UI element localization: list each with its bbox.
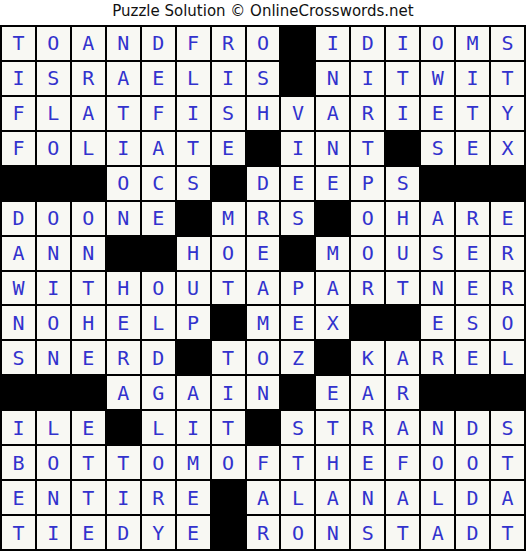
letter-cell-r5c5: C [142,167,175,200]
letter-cell-r2c13: W [421,62,454,95]
letter-cell-r3c6: I [177,97,210,130]
crossword-grid: TOANDFROIDIOMSISRAELISNITWITFLATFISHVARI… [0,25,526,551]
letter-cell-r6c14: R [456,202,489,235]
letter-cell-r8c2: I [37,272,70,305]
letter-cell-r6c12: H [386,202,419,235]
letter-cell-r2c12: T [386,62,419,95]
letter-cell-r5c11: P [351,167,384,200]
letter-cell-r7c2: N [37,237,70,270]
letter-cell-r14c11: N [351,481,384,514]
letter-cell-r2c5: E [142,62,175,95]
letter-cell-r6c3: O [72,202,105,235]
letter-cell-r3c2: L [37,97,70,130]
letter-cell-r4c3: L [72,132,105,165]
letter-cell-r1c1: T [2,27,35,60]
letter-cell-r2c11: I [351,62,384,95]
black-cell-r5c15 [491,167,524,200]
letter-cell-r2c2: S [37,62,70,95]
letter-cell-r12c11: R [351,411,384,444]
letter-cell-r14c8: A [247,481,280,514]
letter-cell-r14c14: D [456,481,489,514]
letter-cell-r9c2: O [37,306,70,339]
letter-cell-r3c1: F [2,97,35,130]
letter-cell-r11c7: I [212,376,245,409]
black-cell-r4c8 [247,132,280,165]
letter-cell-r7c14: E [456,237,489,270]
letter-cell-r14c12: A [386,481,419,514]
letter-cell-r6c2: O [37,202,70,235]
black-cell-r12c4 [107,411,140,444]
letter-cell-r13c1: B [2,446,35,479]
letter-cell-r4c14: E [456,132,489,165]
letter-cell-r15c14: D [456,516,489,549]
letter-cell-r10c7: T [212,341,245,374]
letter-cell-r15c9: O [281,516,314,549]
black-cell-r11c9 [281,376,314,409]
letter-cell-r1c5: D [142,27,175,60]
letter-cell-r2c1: I [2,62,35,95]
letter-cell-r13c7: O [212,446,245,479]
letter-cell-r10c11: K [351,341,384,374]
letter-cell-r7c7: O [212,237,245,270]
black-cell-r11c14 [456,376,489,409]
black-cell-r12c8 [247,411,280,444]
letter-cell-r15c13: A [421,516,454,549]
letter-cell-r14c9: L [281,481,314,514]
letter-cell-r5c6: S [177,167,210,200]
letter-cell-r12c2: L [37,411,70,444]
letter-cell-r15c3: E [72,516,105,549]
black-cell-r7c9 [281,237,314,270]
letter-cell-r13c8: F [247,446,280,479]
letter-cell-r15c4: D [107,516,140,549]
letter-cell-r15c1: T [2,516,35,549]
letter-cell-r6c1: D [2,202,35,235]
letter-cell-r15c2: I [37,516,70,549]
letter-cell-r13c13: O [421,446,454,479]
letter-cell-r3c10: A [316,97,349,130]
letter-cell-r15c5: Y [142,516,175,549]
letter-cell-r10c1: S [2,341,35,374]
letter-cell-r12c12: A [386,411,419,444]
letter-cell-r8c5: O [142,272,175,305]
letter-cell-r9c6: P [177,306,210,339]
letter-cell-r11c11: A [351,376,384,409]
letter-cell-r12c6: I [177,411,210,444]
letter-cell-r7c12: U [386,237,419,270]
letter-cell-r9c13: E [421,306,454,339]
letter-cell-r1c6: F [177,27,210,60]
letter-cell-r12c15: S [491,411,524,444]
letter-cell-r12c7: T [212,411,245,444]
letter-cell-r9c15: O [491,306,524,339]
letter-cell-r9c1: N [2,306,35,339]
black-cell-r11c2 [37,376,70,409]
black-cell-r9c12 [386,306,419,339]
letter-cell-r14c3: T [72,481,105,514]
letter-cell-r4c1: F [2,132,35,165]
letter-cell-r10c2: N [37,341,70,374]
black-cell-r1c9 [281,27,314,60]
letter-cell-r15c8: R [247,516,280,549]
black-cell-r14c7 [212,481,245,514]
letter-cell-r13c4: T [107,446,140,479]
letter-cell-r15c15: T [491,516,524,549]
letter-cell-r3c11: R [351,97,384,130]
letter-cell-r8c13: N [421,272,454,305]
letter-cell-r2c10: N [316,62,349,95]
letter-cell-r4c5: A [142,132,175,165]
letter-cell-r10c15: L [491,341,524,374]
letter-cell-r10c14: E [456,341,489,374]
letter-cell-r14c1: E [2,481,35,514]
letter-cell-r3c9: V [281,97,314,130]
letter-cell-r11c8: N [247,376,280,409]
letter-cell-r9c14: S [456,306,489,339]
letter-cell-r7c13: S [421,237,454,270]
letter-cell-r14c10: A [316,481,349,514]
letter-cell-r12c3: E [72,411,105,444]
letter-cell-r2c6: L [177,62,210,95]
letter-cell-r4c2: O [37,132,70,165]
black-cell-r5c2 [37,167,70,200]
letter-cell-r1c8: O [247,27,280,60]
letter-cell-r3c4: T [107,97,140,130]
letter-cell-r5c12: S [386,167,419,200]
black-cell-r9c11 [351,306,384,339]
letter-cell-r15c11: S [351,516,384,549]
letter-cell-r1c14: M [456,27,489,60]
letter-cell-r8c6: U [177,272,210,305]
letter-cell-r7c3: N [72,237,105,270]
letter-cell-r13c14: O [456,446,489,479]
letter-cell-r8c15: R [491,272,524,305]
letter-cell-r8c10: A [316,272,349,305]
letter-cell-r10c12: A [386,341,419,374]
letter-cell-r12c10: T [316,411,349,444]
letter-cell-r1c10: I [316,27,349,60]
letter-cell-r8c3: T [72,272,105,305]
letter-cell-r6c5: E [142,202,175,235]
letter-cell-r1c3: A [72,27,105,60]
letter-cell-r4c9: I [281,132,314,165]
letter-cell-r13c9: T [281,446,314,479]
letter-cell-r10c8: O [247,341,280,374]
letter-cell-r4c4: I [107,132,140,165]
letter-cell-r13c6: M [177,446,210,479]
letter-cell-r13c5: O [142,446,175,479]
letter-cell-r3c3: A [72,97,105,130]
black-cell-r9c7 [212,306,245,339]
letter-cell-r5c9: E [281,167,314,200]
letter-cell-r12c9: S [281,411,314,444]
letter-cell-r13c3: T [72,446,105,479]
letter-cell-r4c7: E [212,132,245,165]
letter-cell-r7c1: A [2,237,35,270]
letter-cell-r7c15: R [491,237,524,270]
letter-cell-r4c15: X [491,132,524,165]
letter-cell-r8c11: R [351,272,384,305]
letter-cell-r13c11: E [351,446,384,479]
letter-cell-r10c9: Z [281,341,314,374]
letter-cell-r9c8: M [247,306,280,339]
black-cell-r5c13 [421,167,454,200]
letter-cell-r11c5: G [142,376,175,409]
letter-cell-r8c9: P [281,272,314,305]
letter-cell-r4c11: T [351,132,384,165]
letter-cell-r9c5: L [142,306,175,339]
letter-cell-r14c2: N [37,481,70,514]
letter-cell-r2c14: I [456,62,489,95]
letter-cell-r13c10: H [316,446,349,479]
letter-cell-r3c14: T [456,97,489,130]
letter-cell-r8c4: H [107,272,140,305]
letter-cell-r11c12: R [386,376,419,409]
black-cell-r2c9 [281,62,314,95]
letter-cell-r1c7: R [212,27,245,60]
letter-cell-r10c5: D [142,341,175,374]
letter-cell-r12c5: L [142,411,175,444]
letter-cell-r14c4: I [107,481,140,514]
letter-cell-r8c7: T [212,272,245,305]
letter-cell-r2c7: I [212,62,245,95]
letter-cell-r10c13: R [421,341,454,374]
letter-cell-r6c7: M [212,202,245,235]
letter-cell-r1c15: S [491,27,524,60]
letter-cell-r4c6: T [177,132,210,165]
letter-cell-r15c6: E [177,516,210,549]
letter-cell-r11c6: A [177,376,210,409]
letter-cell-r14c15: A [491,481,524,514]
black-cell-r11c3 [72,376,105,409]
black-cell-r5c7 [212,167,245,200]
letter-cell-r8c8: A [247,272,280,305]
letter-cell-r7c11: O [351,237,384,270]
letter-cell-r4c10: N [316,132,349,165]
black-cell-r5c14 [456,167,489,200]
letter-cell-r5c4: O [107,167,140,200]
black-cell-r5c3 [72,167,105,200]
letter-cell-r14c13: L [421,481,454,514]
letter-cell-r9c10: X [316,306,349,339]
letter-cell-r12c14: D [456,411,489,444]
letter-cell-r15c12: T [386,516,419,549]
letter-cell-r13c2: O [37,446,70,479]
puzzle-solution-page: Puzzle Solution © OnlineCrosswords.net T… [0,0,526,551]
letter-cell-r11c10: E [316,376,349,409]
letter-cell-r2c8: S [247,62,280,95]
letter-cell-r8c14: E [456,272,489,305]
letter-cell-r5c8: D [247,167,280,200]
letter-cell-r14c6: E [177,481,210,514]
letter-cell-r9c4: E [107,306,140,339]
letter-cell-r5c10: E [316,167,349,200]
letter-cell-r1c4: N [107,27,140,60]
letter-cell-r10c4: R [107,341,140,374]
letter-cell-r8c12: T [386,272,419,305]
letter-cell-r6c9: S [281,202,314,235]
black-cell-r11c1 [2,376,35,409]
letter-cell-r6c15: E [491,202,524,235]
letter-cell-r1c2: O [37,27,70,60]
letter-cell-r1c11: D [351,27,384,60]
letter-cell-r9c3: H [72,306,105,339]
letter-cell-r13c15: T [491,446,524,479]
letter-cell-r12c1: I [2,411,35,444]
letter-cell-r6c8: R [247,202,280,235]
black-cell-r7c4 [107,237,140,270]
black-cell-r15c7 [212,516,245,549]
letter-cell-r13c12: F [386,446,419,479]
letter-cell-r2c4: A [107,62,140,95]
page-title: Puzzle Solution © OnlineCrosswords.net [0,0,526,25]
letter-cell-r14c5: R [142,481,175,514]
letter-cell-r3c5: F [142,97,175,130]
letter-cell-r3c7: S [212,97,245,130]
letter-cell-r15c10: N [316,516,349,549]
letter-cell-r6c4: N [107,202,140,235]
black-cell-r6c6 [177,202,210,235]
black-cell-r7c5 [142,237,175,270]
letter-cell-r8c1: W [2,272,35,305]
letter-cell-r7c8: E [247,237,280,270]
black-cell-r6c10 [316,202,349,235]
black-cell-r5c1 [2,167,35,200]
letter-cell-r10c3: E [72,341,105,374]
letter-cell-r4c13: S [421,132,454,165]
letter-cell-r6c11: O [351,202,384,235]
letter-cell-r12c13: N [421,411,454,444]
letter-cell-r6c13: A [421,202,454,235]
letter-cell-r1c12: I [386,27,419,60]
letter-cell-r1c13: O [421,27,454,60]
letter-cell-r11c4: A [107,376,140,409]
black-cell-r4c12 [386,132,419,165]
black-cell-r11c13 [421,376,454,409]
letter-cell-r3c15: Y [491,97,524,130]
letter-cell-r2c15: T [491,62,524,95]
black-cell-r10c6 [177,341,210,374]
letter-cell-r7c6: H [177,237,210,270]
letter-cell-r9c9: E [281,306,314,339]
letter-cell-r7c10: M [316,237,349,270]
black-cell-r10c10 [316,341,349,374]
black-cell-r11c15 [491,376,524,409]
letter-cell-r3c8: H [247,97,280,130]
letter-cell-r2c3: R [72,62,105,95]
letter-cell-r3c13: E [421,97,454,130]
letter-cell-r3c12: I [386,97,419,130]
